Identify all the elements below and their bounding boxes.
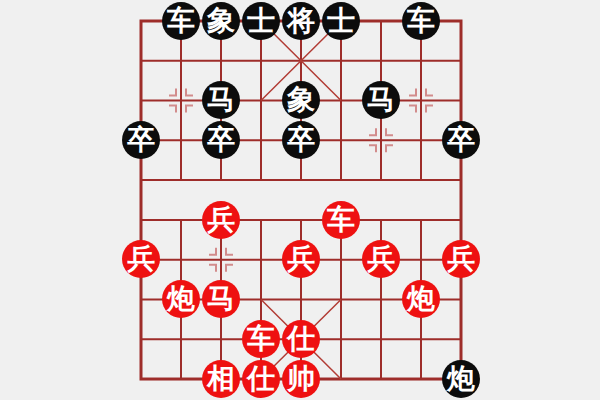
red-soldier[interactable]: 兵 [282, 240, 320, 278]
point-c0-r1[interactable] [121, 41, 161, 81]
point-c0-r6[interactable]: 兵 [121, 240, 161, 280]
point-c7-r6[interactable] [401, 240, 441, 280]
point-c5-r1[interactable] [321, 41, 361, 81]
point-c2-r0[interactable]: 象 [201, 1, 241, 41]
black-soldier[interactable]: 卒 [282, 121, 320, 159]
point-c7-r7[interactable]: 炮 [401, 279, 441, 319]
point-c6-r9[interactable] [361, 359, 401, 399]
black-soldier[interactable]: 卒 [202, 121, 240, 159]
point-c7-r8[interactable] [401, 319, 441, 359]
point-c2-r7[interactable]: 马 [201, 279, 241, 319]
point-c3-r6[interactable] [241, 240, 281, 280]
point-c6-r5[interactable] [361, 200, 401, 240]
point-c0-r8[interactable] [121, 319, 161, 359]
point-c8-r8[interactable] [441, 319, 481, 359]
point-c8-r7[interactable] [441, 279, 481, 319]
black-horse[interactable]: 马 [362, 81, 400, 119]
point-c8-r5[interactable] [441, 200, 481, 240]
point-c5-r5[interactable]: 车 [321, 200, 361, 240]
point-c3-r5[interactable] [241, 200, 281, 240]
point-c8-r9[interactable]: 炮 [441, 359, 481, 399]
point-c0-r5[interactable] [121, 200, 161, 240]
point-c1-r6[interactable] [161, 240, 201, 280]
point-c8-r6[interactable]: 兵 [441, 240, 481, 280]
point-c6-r3[interactable] [361, 120, 401, 160]
point-c5-r7[interactable] [321, 279, 361, 319]
point-c3-r8[interactable]: 车 [241, 319, 281, 359]
point-c5-r9[interactable] [321, 359, 361, 399]
point-c1-r5[interactable] [161, 200, 201, 240]
point-c7-r3[interactable] [401, 120, 441, 160]
point-c6-r0[interactable] [361, 1, 401, 41]
black-chariot[interactable]: 车 [402, 2, 440, 40]
point-c7-r9[interactable] [401, 359, 441, 399]
point-c2-r8[interactable] [201, 319, 241, 359]
point-c7-r0[interactable]: 车 [401, 1, 441, 41]
point-c4-r7[interactable] [281, 279, 321, 319]
point-c3-r0[interactable]: 士 [241, 1, 281, 41]
red-soldier[interactable]: 兵 [122, 240, 160, 278]
point-c1-r3[interactable] [161, 120, 201, 160]
point-c1-r1[interactable] [161, 41, 201, 81]
red-horse[interactable]: 马 [202, 280, 240, 318]
black-cannon[interactable]: 炮 [442, 360, 480, 398]
point-c5-r0[interactable]: 士 [321, 1, 361, 41]
point-c6-r6[interactable]: 兵 [361, 240, 401, 280]
black-advisor[interactable]: 士 [322, 2, 360, 40]
point-c6-r4[interactable] [361, 160, 401, 200]
point-c0-r9[interactable] [121, 359, 161, 399]
point-c2-r5[interactable]: 兵 [201, 200, 241, 240]
point-c1-r8[interactable] [161, 319, 201, 359]
point-c2-r3[interactable]: 卒 [201, 120, 241, 160]
point-c1-r0[interactable]: 车 [161, 1, 201, 41]
point-c8-r2[interactable] [441, 81, 481, 121]
point-c1-r4[interactable] [161, 160, 201, 200]
point-c7-r1[interactable] [401, 41, 441, 81]
point-c5-r2[interactable] [321, 81, 361, 121]
point-c4-r8[interactable]: 仕 [281, 319, 321, 359]
red-soldier[interactable]: 兵 [362, 240, 400, 278]
point-c5-r3[interactable] [321, 120, 361, 160]
point-c4-r9[interactable]: 帅 [281, 359, 321, 399]
point-c7-r2[interactable] [401, 81, 441, 121]
xiangqi-board: 车象士将士车马象马卒卒卒卒兵车兵兵兵兵炮马炮车仕相仕帅炮 [0, 0, 600, 400]
point-c2-r6[interactable] [201, 240, 241, 280]
point-c4-r0[interactable]: 将 [281, 1, 321, 41]
point-c0-r0[interactable] [121, 1, 161, 41]
piece-grid: 车象士将士车马象马卒卒卒卒兵车兵兵兵兵炮马炮车仕相仕帅炮 [121, 1, 481, 399]
point-c2-r2[interactable]: 马 [201, 81, 241, 121]
point-c8-r1[interactable] [441, 41, 481, 81]
black-horse[interactable]: 马 [202, 81, 240, 119]
red-elephant[interactable]: 相 [202, 360, 240, 398]
point-c4-r2[interactable]: 象 [281, 81, 321, 121]
red-soldier[interactable]: 兵 [442, 240, 480, 278]
point-c5-r6[interactable] [321, 240, 361, 280]
point-c8-r0[interactable] [441, 1, 481, 41]
point-c0-r4[interactable] [121, 160, 161, 200]
red-advisor[interactable]: 仕 [242, 360, 280, 398]
point-c8-r4[interactable] [441, 160, 481, 200]
point-c0-r7[interactable] [121, 279, 161, 319]
black-general[interactable]: 将 [282, 2, 320, 40]
point-c1-r2[interactable] [161, 81, 201, 121]
point-c7-r5[interactable] [401, 200, 441, 240]
black-soldier[interactable]: 卒 [442, 121, 480, 159]
point-c4-r4[interactable] [281, 160, 321, 200]
black-chariot[interactable]: 车 [162, 2, 200, 40]
point-c1-r9[interactable] [161, 359, 201, 399]
black-elephant[interactable]: 象 [202, 2, 240, 40]
black-elephant[interactable]: 象 [282, 81, 320, 119]
red-chariot[interactable]: 车 [242, 320, 280, 358]
point-c3-r4[interactable] [241, 160, 281, 200]
point-c5-r8[interactable] [321, 319, 361, 359]
black-soldier[interactable]: 卒 [122, 121, 160, 159]
black-advisor[interactable]: 士 [242, 2, 280, 40]
red-general[interactable]: 帅 [282, 360, 320, 398]
point-c3-r1[interactable] [241, 41, 281, 81]
point-c2-r9[interactable]: 相 [201, 359, 241, 399]
point-c2-r1[interactable] [201, 41, 241, 81]
red-advisor[interactable]: 仕 [282, 320, 320, 358]
point-c6-r8[interactable] [361, 319, 401, 359]
point-c1-r7[interactable]: 炮 [161, 279, 201, 319]
point-c0-r2[interactable] [121, 81, 161, 121]
point-c2-r4[interactable] [201, 160, 241, 200]
point-c6-r1[interactable] [361, 41, 401, 81]
point-c5-r4[interactable] [321, 160, 361, 200]
red-cannon[interactable]: 炮 [402, 280, 440, 318]
point-c8-r3[interactable]: 卒 [441, 120, 481, 160]
point-c3-r9[interactable]: 仕 [241, 359, 281, 399]
point-c4-r3[interactable]: 卒 [281, 120, 321, 160]
point-c7-r4[interactable] [401, 160, 441, 200]
point-c4-r5[interactable] [281, 200, 321, 240]
point-c6-r7[interactable] [361, 279, 401, 319]
point-c6-r2[interactable]: 马 [361, 81, 401, 121]
point-c3-r2[interactable] [241, 81, 281, 121]
red-soldier[interactable]: 兵 [202, 201, 240, 239]
point-c4-r6[interactable]: 兵 [281, 240, 321, 280]
red-chariot[interactable]: 车 [322, 201, 360, 239]
point-c3-r7[interactable] [241, 279, 281, 319]
red-cannon[interactable]: 炮 [162, 280, 200, 318]
point-c4-r1[interactable] [281, 41, 321, 81]
point-c0-r3[interactable]: 卒 [121, 120, 161, 160]
point-c3-r3[interactable] [241, 120, 281, 160]
